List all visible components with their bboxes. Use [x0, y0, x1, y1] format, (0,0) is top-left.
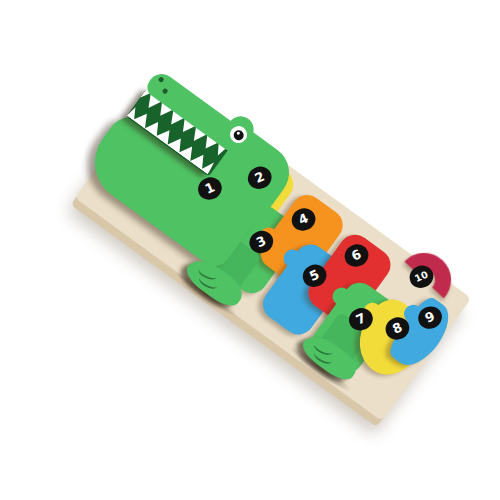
product-photo: 1 2 3 4 5 6 7 8 9 10 — [0, 0, 500, 500]
nostril-dot — [162, 88, 169, 95]
nostril-dot — [158, 76, 165, 83]
puzzle-board: 1 2 3 4 5 6 7 8 9 10 — [75, 75, 472, 421]
